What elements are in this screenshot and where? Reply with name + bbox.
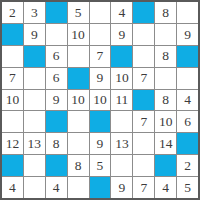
- cell-r6c8[interactable]: 10: [155, 111, 176, 132]
- cell-r1c6[interactable]: 4: [111, 2, 132, 23]
- cell-r3c8[interactable]: 8: [155, 46, 176, 67]
- cell-r2c3[interactable]: [46, 24, 67, 45]
- cell-r9c7[interactable]: 7: [133, 177, 154, 198]
- cell-r8c4[interactable]: 8: [68, 155, 89, 176]
- cell-r4c1[interactable]: 7: [2, 68, 23, 89]
- cell-r2c8[interactable]: [155, 24, 176, 45]
- shaded-cell-r8c1[interactable]: [2, 155, 23, 176]
- cell-r4c9[interactable]: [177, 68, 198, 89]
- cell-r4c5[interactable]: 9: [90, 68, 111, 89]
- cell-r5c2[interactable]: [24, 90, 45, 111]
- cell-r6c9[interactable]: 6: [177, 111, 198, 132]
- cell-r4c8[interactable]: [155, 68, 176, 89]
- cell-r8c7[interactable]: [133, 155, 154, 176]
- cell-r7c5[interactable]: 9: [90, 133, 111, 154]
- cell-r7c6[interactable]: 13: [111, 133, 132, 154]
- shaded-cell-r5c7[interactable]: [133, 90, 154, 111]
- shaded-cell-r6c3[interactable]: [46, 111, 67, 132]
- shaded-cell-r2c1[interactable]: [2, 24, 23, 45]
- cell-r2c2[interactable]: 9: [24, 24, 45, 45]
- cell-r6c2[interactable]: [24, 111, 45, 132]
- cell-r7c1[interactable]: 12: [2, 133, 23, 154]
- shaded-cell-r6c5[interactable]: [90, 111, 111, 132]
- cell-r5c9[interactable]: 4: [177, 90, 198, 111]
- cell-r3c4[interactable]: [68, 46, 89, 67]
- shaded-cell-r1c7[interactable]: [133, 2, 154, 23]
- shaded-cell-r3c6[interactable]: [111, 46, 132, 67]
- cell-r6c4[interactable]: [68, 111, 89, 132]
- shaded-cell-r8c8[interactable]: [155, 155, 176, 176]
- cell-r2c6[interactable]: 9: [111, 24, 132, 45]
- cell-r9c2[interactable]: [24, 177, 45, 198]
- cell-r5c8[interactable]: 8: [155, 90, 176, 111]
- cell-r6c7[interactable]: 7: [133, 111, 154, 132]
- cell-r7c7[interactable]: [133, 133, 154, 154]
- cell-r8c9[interactable]: 2: [177, 155, 198, 176]
- cell-r9c1[interactable]: 4: [2, 177, 23, 198]
- shaded-cell-r7c9[interactable]: [177, 133, 198, 154]
- cell-r2c9[interactable]: 9: [177, 24, 198, 45]
- puzzle-board: 2354891099678769107109101011847106121389…: [0, 0, 200, 200]
- cell-r1c9[interactable]: [177, 2, 198, 23]
- shaded-cell-r3c2[interactable]: [24, 46, 45, 67]
- cell-r9c8[interactable]: 4: [155, 177, 176, 198]
- cell-r9c4[interactable]: [68, 177, 89, 198]
- cell-r2c5[interactable]: [90, 24, 111, 45]
- cell-r7c4[interactable]: [68, 133, 89, 154]
- cell-r1c8[interactable]: 8: [155, 2, 176, 23]
- shaded-cell-r9c5[interactable]: [90, 177, 111, 198]
- cell-r4c2[interactable]: [24, 68, 45, 89]
- cell-r3c1[interactable]: [2, 46, 23, 67]
- cell-r2c4[interactable]: 10: [68, 24, 89, 45]
- cell-r3c3[interactable]: 6: [46, 46, 67, 67]
- cell-r7c8[interactable]: 14: [155, 133, 176, 154]
- cell-r9c6[interactable]: 9: [111, 177, 132, 198]
- cell-r5c5[interactable]: 10: [90, 90, 111, 111]
- shaded-cell-r3c9[interactable]: [177, 46, 198, 67]
- cell-r3c7[interactable]: [133, 46, 154, 67]
- cell-r4c3[interactable]: 6: [46, 68, 67, 89]
- cell-r4c7[interactable]: 7: [133, 68, 154, 89]
- shaded-cell-r8c3[interactable]: [46, 155, 67, 176]
- cell-r5c4[interactable]: 10: [68, 90, 89, 111]
- shaded-cell-r1c3[interactable]: [46, 2, 67, 23]
- cell-r1c2[interactable]: 3: [24, 2, 45, 23]
- cell-r1c5[interactable]: [90, 2, 111, 23]
- cell-r1c1[interactable]: 2: [2, 2, 23, 23]
- cell-r4c6[interactable]: 10: [111, 68, 132, 89]
- cell-r1c4[interactable]: 5: [68, 2, 89, 23]
- cell-r7c3[interactable]: 8: [46, 133, 67, 154]
- cell-r6c6[interactable]: [111, 111, 132, 132]
- cell-r8c2[interactable]: [24, 155, 45, 176]
- cell-r9c9[interactable]: 5: [177, 177, 198, 198]
- cell-r3c5[interactable]: 7: [90, 46, 111, 67]
- cell-r2c7[interactable]: [133, 24, 154, 45]
- cell-r8c5[interactable]: 5: [90, 155, 111, 176]
- cell-r8c6[interactable]: [111, 155, 132, 176]
- cell-r9c3[interactable]: 4: [46, 177, 67, 198]
- cell-r5c3[interactable]: 9: [46, 90, 67, 111]
- cell-r7c2[interactable]: 13: [24, 133, 45, 154]
- cell-r5c1[interactable]: 10: [2, 90, 23, 111]
- cell-r6c1[interactable]: [2, 111, 23, 132]
- shaded-cell-r4c4[interactable]: [68, 68, 89, 89]
- cell-r5c6[interactable]: 11: [111, 90, 132, 111]
